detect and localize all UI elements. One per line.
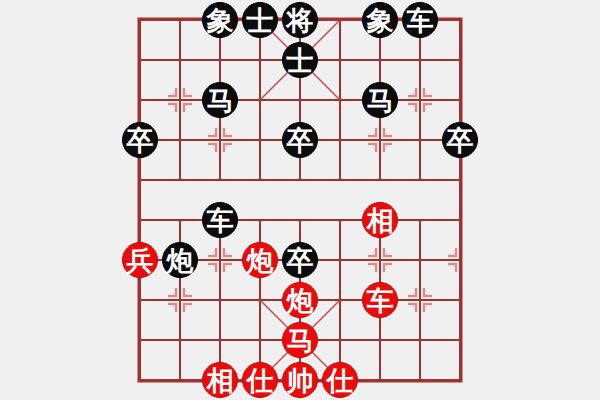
piece-black-horse[interactable]: 马 bbox=[202, 82, 238, 118]
piece-black-horse[interactable]: 马 bbox=[362, 82, 398, 118]
piece-black-chariot[interactable]: 车 bbox=[402, 2, 438, 38]
piece-red-advisor[interactable]: 仕 bbox=[322, 362, 358, 398]
piece-red-soldier[interactable]: 兵 bbox=[122, 242, 158, 278]
piece-black-soldier[interactable]: 卒 bbox=[282, 122, 318, 158]
piece-black-soldier[interactable]: 卒 bbox=[122, 122, 158, 158]
xiangqi-pieces-layer: 象士将象车士马马卒卒卒车相兵炮炮卒炮车马相仕帅仕 bbox=[0, 0, 600, 400]
piece-red-horse[interactable]: 马 bbox=[282, 322, 318, 358]
piece-red-cannon[interactable]: 炮 bbox=[282, 282, 318, 318]
piece-red-elephant[interactable]: 相 bbox=[362, 202, 398, 238]
piece-red-chariot[interactable]: 车 bbox=[362, 282, 398, 318]
piece-black-cannon[interactable]: 炮 bbox=[162, 242, 198, 278]
piece-black-soldier[interactable]: 卒 bbox=[442, 122, 478, 158]
piece-black-elephant[interactable]: 象 bbox=[362, 2, 398, 38]
piece-red-general[interactable]: 帅 bbox=[282, 362, 318, 398]
piece-red-advisor[interactable]: 仕 bbox=[242, 362, 278, 398]
piece-black-advisor[interactable]: 士 bbox=[242, 2, 278, 38]
piece-black-advisor[interactable]: 士 bbox=[282, 42, 318, 78]
piece-red-cannon[interactable]: 炮 bbox=[242, 242, 278, 278]
piece-black-chariot[interactable]: 车 bbox=[202, 202, 238, 238]
piece-black-general[interactable]: 将 bbox=[282, 2, 318, 38]
piece-black-elephant[interactable]: 象 bbox=[202, 2, 238, 38]
piece-black-soldier[interactable]: 卒 bbox=[282, 242, 318, 278]
piece-red-elephant[interactable]: 相 bbox=[202, 362, 238, 398]
xiangqi-app-background: 象士将象车士马马卒卒卒车相兵炮炮卒炮车马相仕帅仕 bbox=[0, 0, 600, 400]
